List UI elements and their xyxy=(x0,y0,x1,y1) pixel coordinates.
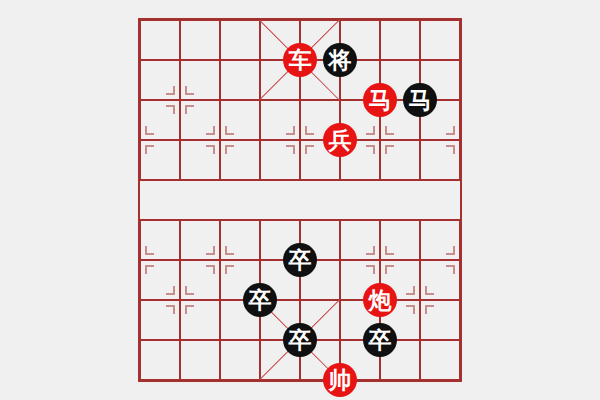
piece-black-general[interactable]: 将 xyxy=(323,43,357,77)
piece-black-soldier[interactable]: 卒 xyxy=(283,243,317,277)
marker-bracket xyxy=(185,305,194,314)
marker-bracket xyxy=(425,286,434,295)
marker-bracket xyxy=(206,265,215,274)
piece-red-cannon[interactable]: 炮 xyxy=(363,283,397,317)
xiangqi-board[interactable]: 车将马马兵卒卒炮卒卒帅 xyxy=(138,18,462,382)
marker-bracket xyxy=(206,246,215,255)
marker-bracket xyxy=(225,246,234,255)
marker-bracket xyxy=(185,86,194,95)
marker-bracket xyxy=(166,286,175,295)
piece-red-king[interactable]: 帅 xyxy=(323,363,357,397)
piece-black-soldier[interactable]: 卒 xyxy=(283,323,317,357)
marker-bracket xyxy=(225,265,234,274)
marker-bracket xyxy=(425,305,434,314)
marker-bracket xyxy=(366,246,375,255)
marker-bracket xyxy=(406,305,415,314)
marker-bracket xyxy=(225,145,234,154)
piece-black-soldier[interactable]: 卒 xyxy=(363,323,397,357)
piece-black-soldier[interactable]: 卒 xyxy=(243,283,277,317)
marker-bracket xyxy=(225,126,234,135)
marker-bracket xyxy=(286,145,295,154)
marker-bracket xyxy=(185,286,194,295)
board-overlay: 车将马马兵卒卒炮卒卒帅 xyxy=(140,20,460,380)
marker-bracket xyxy=(366,265,375,274)
marker-bracket xyxy=(166,105,175,114)
marker-bracket xyxy=(305,126,314,135)
marker-bracket xyxy=(286,126,295,135)
marker-bracket xyxy=(145,126,154,135)
marker-bracket xyxy=(185,105,194,114)
marker-bracket xyxy=(206,145,215,154)
marker-bracket xyxy=(446,145,455,154)
marker-bracket xyxy=(145,265,154,274)
marker-bracket xyxy=(385,265,394,274)
marker-bracket xyxy=(446,265,455,274)
marker-bracket xyxy=(385,145,394,154)
marker-bracket xyxy=(305,145,314,154)
marker-bracket xyxy=(366,145,375,154)
marker-bracket xyxy=(446,126,455,135)
marker-bracket xyxy=(206,126,215,135)
marker-bracket xyxy=(385,126,394,135)
marker-bracket xyxy=(366,126,375,135)
marker-bracket xyxy=(406,286,415,295)
piece-red-soldier[interactable]: 兵 xyxy=(323,123,357,157)
marker-bracket xyxy=(385,246,394,255)
marker-bracket xyxy=(166,86,175,95)
piece-red-rook[interactable]: 车 xyxy=(283,43,317,77)
marker-bracket xyxy=(166,305,175,314)
marker-bracket xyxy=(145,246,154,255)
piece-black-horse[interactable]: 马 xyxy=(403,83,437,117)
piece-red-horse[interactable]: 马 xyxy=(363,83,397,117)
marker-bracket xyxy=(446,246,455,255)
marker-bracket xyxy=(145,145,154,154)
